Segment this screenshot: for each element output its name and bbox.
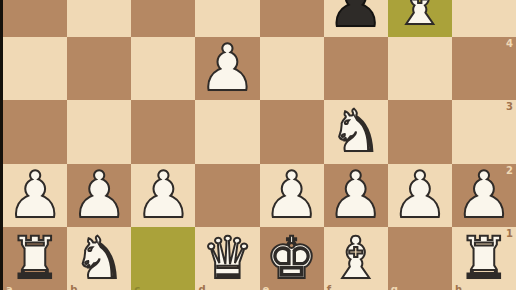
square-e2[interactable]: ♟ [260, 164, 324, 227]
square-a1[interactable]: a♜ [3, 227, 67, 290]
square-b3[interactable] [67, 100, 131, 163]
white-pawn[interactable]: ♟ [324, 164, 388, 227]
white-rook[interactable]: ♜ [452, 227, 516, 290]
rank-label-4: 4 [506, 39, 513, 49]
square-d1[interactable]: d♛ [195, 227, 259, 290]
square-c5[interactable] [131, 0, 195, 37]
white-rook[interactable]: ♜ [3, 227, 67, 290]
black-pawn[interactable]: ♟ [324, 0, 388, 37]
square-c3[interactable] [131, 100, 195, 163]
square-f5[interactable]: ♟ [324, 0, 388, 37]
white-bishop[interactable]: ♝ [388, 0, 452, 37]
square-e4[interactable] [260, 37, 324, 100]
square-h3[interactable]: 3 [452, 100, 516, 163]
square-h2[interactable]: 2♟ [452, 164, 516, 227]
white-knight[interactable]: ♞ [324, 100, 388, 163]
square-d4[interactable]: ♟ [195, 37, 259, 100]
square-g4[interactable] [388, 37, 452, 100]
square-f4[interactable] [324, 37, 388, 100]
white-pawn[interactable]: ♟ [67, 164, 131, 227]
square-d2[interactable] [195, 164, 259, 227]
square-d3[interactable] [195, 100, 259, 163]
square-h5[interactable] [452, 0, 516, 37]
file-label-c: c [134, 285, 140, 290]
white-pawn[interactable]: ♟ [388, 164, 452, 227]
square-f1[interactable]: f♝ [324, 227, 388, 290]
white-knight[interactable]: ♞ [67, 227, 131, 290]
square-g5[interactable]: ♝ [388, 0, 452, 37]
square-b5[interactable] [67, 0, 131, 37]
white-pawn[interactable]: ♟ [195, 37, 259, 100]
square-f2[interactable]: ♟ [324, 164, 388, 227]
square-h4[interactable]: 4 [452, 37, 516, 100]
square-a3[interactable] [3, 100, 67, 163]
square-a4[interactable] [3, 37, 67, 100]
square-f3[interactable]: ♞ [324, 100, 388, 163]
chess-board-viewport: ♟♝♟4♞3♟♟♟♟♟♟2♟a♜b♞cd♛e♚f♝g1h♜ [0, 0, 516, 290]
square-c1[interactable]: c [131, 227, 195, 290]
square-b2[interactable]: ♟ [67, 164, 131, 227]
square-b4[interactable] [67, 37, 131, 100]
white-pawn[interactable]: ♟ [452, 164, 516, 227]
square-g3[interactable] [388, 100, 452, 163]
white-king[interactable]: ♚ [260, 227, 324, 290]
rank-label-3: 3 [506, 102, 513, 112]
square-b1[interactable]: b♞ [67, 227, 131, 290]
square-e3[interactable] [260, 100, 324, 163]
square-a2[interactable]: ♟ [3, 164, 67, 227]
white-pawn[interactable]: ♟ [3, 164, 67, 227]
square-h1[interactable]: 1h♜ [452, 227, 516, 290]
chess-board[interactable]: ♟♝♟4♞3♟♟♟♟♟♟2♟a♜b♞cd♛e♚f♝g1h♜ [3, 0, 516, 290]
square-a5[interactable] [3, 0, 67, 37]
white-pawn[interactable]: ♟ [131, 164, 195, 227]
white-queen[interactable]: ♛ [195, 227, 259, 290]
square-g1[interactable]: g [388, 227, 452, 290]
square-e5[interactable] [260, 0, 324, 37]
white-bishop[interactable]: ♝ [324, 227, 388, 290]
square-e1[interactable]: e♚ [260, 227, 324, 290]
square-g2[interactable]: ♟ [388, 164, 452, 227]
square-c2[interactable]: ♟ [131, 164, 195, 227]
white-pawn[interactable]: ♟ [260, 164, 324, 227]
file-label-g: g [391, 285, 398, 290]
square-c4[interactable] [131, 37, 195, 100]
